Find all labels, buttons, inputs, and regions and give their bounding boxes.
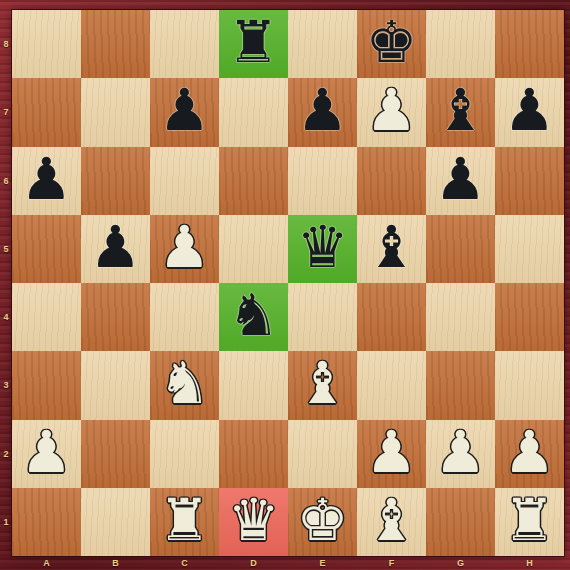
square-e5[interactable]: ♛ (288, 215, 357, 283)
square-f4[interactable] (357, 283, 426, 351)
file-label-g: G (426, 556, 495, 570)
square-e7[interactable]: ♟ (288, 78, 357, 146)
piece-white-pawn[interactable]: ♟ (366, 420, 418, 486)
square-c2[interactable] (150, 420, 219, 488)
square-h1[interactable]: ♜ (495, 488, 564, 556)
rank-label-3: 3 (0, 351, 12, 419)
square-g4[interactable] (426, 283, 495, 351)
square-b4[interactable] (81, 283, 150, 351)
square-e4[interactable] (288, 283, 357, 351)
file-label-f: F (357, 556, 426, 570)
piece-black-pawn[interactable]: ♟ (435, 147, 487, 213)
piece-black-rook[interactable]: ♜ (228, 10, 280, 76)
piece-white-pawn[interactable]: ♟ (435, 420, 487, 486)
file-label-e: E (288, 556, 357, 570)
square-f2[interactable]: ♟ (357, 420, 426, 488)
square-d7[interactable] (219, 78, 288, 146)
square-b8[interactable] (81, 10, 150, 78)
piece-black-bishop[interactable]: ♝ (435, 78, 487, 144)
square-c8[interactable] (150, 10, 219, 78)
board: ♜♚♟♟♟♝♟♟♟♟♟♛♝♞♞♝♟♟♟♟♜♛♚♝♜ (12, 10, 564, 556)
square-b5[interactable]: ♟ (81, 215, 150, 283)
square-h5[interactable] (495, 215, 564, 283)
piece-black-pawn[interactable]: ♟ (159, 78, 211, 144)
square-g8[interactable] (426, 10, 495, 78)
rank-label-2: 2 (0, 420, 12, 488)
square-b2[interactable] (81, 420, 150, 488)
piece-black-bishop[interactable]: ♝ (366, 215, 418, 281)
square-d3[interactable] (219, 351, 288, 419)
piece-black-king[interactable]: ♚ (366, 10, 418, 76)
square-e8[interactable] (288, 10, 357, 78)
square-g3[interactable] (426, 351, 495, 419)
square-d2[interactable] (219, 420, 288, 488)
rank-label-4: 4 (0, 283, 12, 351)
square-e6[interactable] (288, 147, 357, 215)
square-e3[interactable]: ♝ (288, 351, 357, 419)
piece-white-pawn[interactable]: ♟ (366, 78, 418, 144)
square-b1[interactable] (81, 488, 150, 556)
square-b7[interactable] (81, 78, 150, 146)
square-a1[interactable] (12, 488, 81, 556)
square-f8[interactable]: ♚ (357, 10, 426, 78)
piece-white-pawn[interactable]: ♟ (504, 420, 556, 486)
square-h6[interactable] (495, 147, 564, 215)
rank-label-7: 7 (0, 78, 12, 146)
square-a7[interactable] (12, 78, 81, 146)
square-g5[interactable] (426, 215, 495, 283)
square-f1[interactable]: ♝ (357, 488, 426, 556)
square-g7[interactable]: ♝ (426, 78, 495, 146)
file-label-b: B (81, 556, 150, 570)
rank-label-5: 5 (0, 215, 12, 283)
square-h7[interactable]: ♟ (495, 78, 564, 146)
square-a5[interactable] (12, 215, 81, 283)
square-b3[interactable] (81, 351, 150, 419)
square-f3[interactable] (357, 351, 426, 419)
piece-white-knight[interactable]: ♞ (159, 351, 211, 417)
square-h2[interactable]: ♟ (495, 420, 564, 488)
square-a4[interactable] (12, 283, 81, 351)
piece-black-knight[interactable]: ♞ (228, 283, 280, 349)
square-c4[interactable] (150, 283, 219, 351)
file-label-d: D (219, 556, 288, 570)
file-label-a: A (12, 556, 81, 570)
square-e1[interactable]: ♚ (288, 488, 357, 556)
piece-black-pawn[interactable]: ♟ (90, 215, 142, 281)
square-d8[interactable]: ♜ (219, 10, 288, 78)
square-c7[interactable]: ♟ (150, 78, 219, 146)
square-d5[interactable] (219, 215, 288, 283)
square-d1[interactable]: ♛ (219, 488, 288, 556)
piece-white-pawn[interactable]: ♟ (159, 215, 211, 281)
piece-black-pawn[interactable]: ♟ (21, 147, 73, 213)
square-a3[interactable] (12, 351, 81, 419)
square-c3[interactable]: ♞ (150, 351, 219, 419)
piece-black-pawn[interactable]: ♟ (297, 78, 349, 144)
rank-label-6: 6 (0, 147, 12, 215)
square-a6[interactable]: ♟ (12, 147, 81, 215)
square-f7[interactable]: ♟ (357, 78, 426, 146)
square-a8[interactable] (12, 10, 81, 78)
rank-label-8: 8 (0, 10, 12, 78)
square-g1[interactable] (426, 488, 495, 556)
square-a2[interactable]: ♟ (12, 420, 81, 488)
square-d6[interactable] (219, 147, 288, 215)
piece-white-rook[interactable]: ♜ (159, 488, 211, 554)
rank-label-1: 1 (0, 488, 12, 556)
square-h4[interactable] (495, 283, 564, 351)
square-f5[interactable]: ♝ (357, 215, 426, 283)
square-b6[interactable] (81, 147, 150, 215)
square-g6[interactable]: ♟ (426, 147, 495, 215)
piece-white-rook[interactable]: ♜ (504, 488, 556, 554)
file-label-h: H (495, 556, 564, 570)
square-c1[interactable]: ♜ (150, 488, 219, 556)
piece-black-queen[interactable]: ♛ (297, 215, 349, 281)
square-h8[interactable] (495, 10, 564, 78)
piece-white-queen[interactable]: ♛ (228, 488, 280, 554)
square-g2[interactable]: ♟ (426, 420, 495, 488)
square-c6[interactable] (150, 147, 219, 215)
piece-white-king[interactable]: ♚ (297, 488, 349, 554)
rank-labels: 87654321 (0, 10, 12, 556)
piece-white-bishop[interactable]: ♝ (366, 488, 418, 554)
square-c5[interactable]: ♟ (150, 215, 219, 283)
piece-white-pawn[interactable]: ♟ (21, 420, 73, 486)
square-h3[interactable] (495, 351, 564, 419)
piece-white-bishop[interactable]: ♝ (297, 351, 349, 417)
chess-board-frame: ♜♚♟♟♟♝♟♟♟♟♟♛♝♞♞♝♟♟♟♟♜♛♚♝♜ 87654321 ABCDE… (0, 0, 570, 570)
file-labels: ABCDEFGH (12, 556, 564, 570)
file-label-c: C (150, 556, 219, 570)
square-e2[interactable] (288, 420, 357, 488)
square-f6[interactable] (357, 147, 426, 215)
square-d4[interactable]: ♞ (219, 283, 288, 351)
piece-black-pawn[interactable]: ♟ (504, 78, 556, 144)
